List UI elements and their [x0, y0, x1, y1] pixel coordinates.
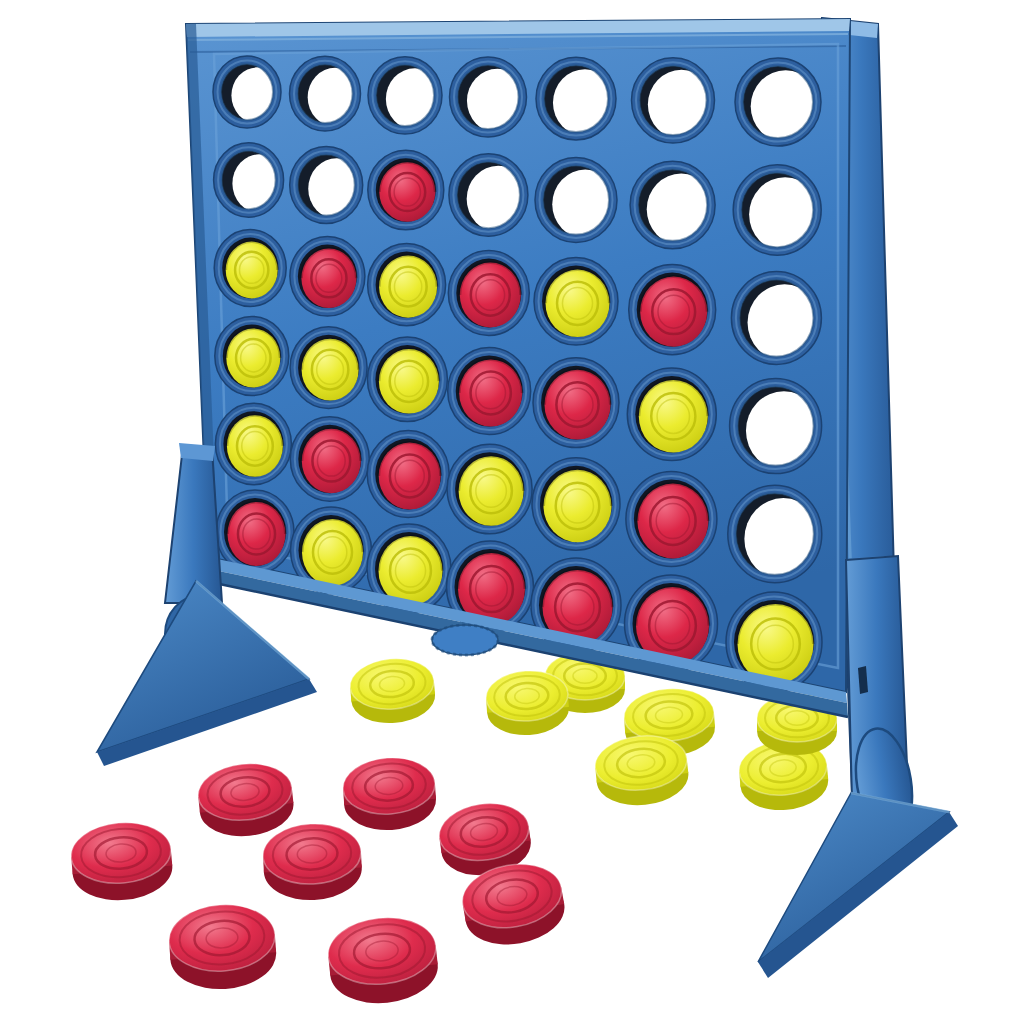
- red-disc[interactable]: [640, 277, 707, 347]
- cell-col2-row4[interactable]: [290, 327, 367, 409]
- cell-col3-row2[interactable]: [368, 150, 444, 230]
- cell-col7-row1[interactable]: [735, 58, 821, 146]
- red-disc[interactable]: [379, 443, 441, 510]
- connect-four-scene: [0, 0, 1024, 1024]
- yellow-disc[interactable]: [379, 349, 439, 414]
- cell-col5-row4[interactable]: [533, 358, 619, 448]
- loose-disc-red-4[interactable]: [261, 821, 363, 902]
- cell-col2-row5[interactable]: [290, 417, 369, 501]
- cell-col5-row5[interactable]: [532, 458, 620, 550]
- cell-col7-row2[interactable]: [733, 165, 821, 255]
- yellow-disc[interactable]: [379, 256, 437, 318]
- yellow-disc[interactable]: [459, 456, 524, 526]
- red-disc[interactable]: [460, 263, 521, 328]
- yellow-disc[interactable]: [302, 339, 359, 401]
- yellow-disc[interactable]: [226, 242, 278, 299]
- cell-col3-row4[interactable]: [367, 337, 447, 422]
- cell-col7-row3[interactable]: [731, 272, 821, 365]
- cell-col4-row1[interactable]: [450, 57, 528, 137]
- red-disc[interactable]: [302, 429, 361, 493]
- cell-col4-row5[interactable]: [447, 444, 532, 534]
- cell-col7-row5[interactable]: [728, 485, 823, 583]
- loose-disc-red-3[interactable]: [69, 819, 175, 904]
- yellow-disc[interactable]: [544, 470, 612, 542]
- cell-col5-row2[interactable]: [535, 157, 618, 242]
- cell-col4-row4[interactable]: [448, 347, 531, 434]
- loose-disc-yellow-1[interactable]: [348, 655, 437, 726]
- cell-col1-row3[interactable]: [214, 230, 286, 307]
- right-foot-face: [758, 793, 949, 962]
- yellow-disc[interactable]: [227, 415, 283, 477]
- loose-disc-red-7[interactable]: [167, 901, 279, 992]
- yellow-disc[interactable]: [639, 380, 708, 453]
- release-knob[interactable]: [432, 625, 498, 655]
- cell-col5-row3[interactable]: [534, 258, 618, 345]
- loose-disc-red-1[interactable]: [195, 759, 296, 840]
- cell-col1-row5[interactable]: [215, 403, 291, 485]
- yellow-disc[interactable]: [302, 519, 363, 586]
- cell-col2-row3[interactable]: [290, 237, 365, 316]
- red-disc[interactable]: [228, 502, 286, 566]
- cell-col6-row4[interactable]: [627, 368, 716, 461]
- red-disc[interactable]: [545, 370, 611, 440]
- red-disc[interactable]: [379, 162, 435, 222]
- loose-disc-yellow-2[interactable]: [484, 668, 570, 738]
- cell-col4-row3[interactable]: [448, 251, 529, 336]
- left-post-cap: [179, 443, 215, 461]
- cell-col6-row5[interactable]: [626, 472, 717, 567]
- cell-col6-row1[interactable]: [632, 58, 715, 143]
- yellow-disc[interactable]: [226, 328, 280, 387]
- loose-disc-red-2[interactable]: [341, 755, 438, 833]
- yellow-disc[interactable]: [379, 536, 443, 605]
- red-disc[interactable]: [301, 249, 356, 308]
- cell-col7-row4[interactable]: [730, 378, 822, 473]
- cell-col3-row3[interactable]: [368, 244, 446, 326]
- yellow-disc[interactable]: [546, 270, 610, 337]
- red-disc[interactable]: [637, 484, 708, 559]
- loose-disc-red-8[interactable]: [325, 913, 441, 1009]
- red-disc[interactable]: [459, 359, 522, 426]
- loose-disc-yellow-5[interactable]: [592, 731, 691, 809]
- cell-col6-row3[interactable]: [629, 265, 716, 355]
- cell-col4-row2[interactable]: [449, 154, 530, 236]
- left-post: [165, 446, 222, 603]
- cell-col6-row2[interactable]: [630, 161, 716, 249]
- cell-col1-row4[interactable]: [215, 316, 289, 395]
- cell-col3-row5[interactable]: [367, 431, 449, 518]
- cell-col5-row1[interactable]: [536, 57, 617, 140]
